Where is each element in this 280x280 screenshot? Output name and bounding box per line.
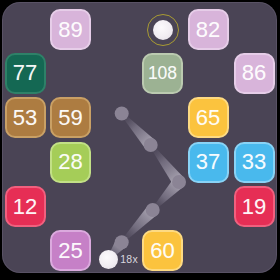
brick-53: 53 [5, 97, 46, 138]
brick-19: 19 [234, 186, 275, 227]
brick-value: 108 [148, 63, 177, 84]
brick-value: 60 [150, 238, 174, 264]
game-board[interactable] [2, 2, 277, 273]
brick-86: 86 [234, 53, 275, 94]
brick-value: 53 [13, 105, 37, 131]
brick-28: 28 [50, 142, 91, 183]
bonus-ball [153, 20, 173, 40]
brick-value: 77 [13, 60, 37, 86]
brick-108: 108 [142, 53, 183, 94]
brick-value: 86 [242, 60, 266, 86]
brick-value: 28 [58, 149, 82, 175]
brick-value: 65 [196, 105, 220, 131]
brick-12: 12 [5, 186, 46, 227]
player-ball [99, 250, 118, 269]
brick-value: 82 [196, 17, 220, 43]
ball-count-label: 18x [120, 253, 138, 265]
brick-value: 89 [58, 17, 82, 43]
brick-value: 33 [242, 149, 266, 175]
brick-value: 25 [58, 238, 82, 264]
brick-89: 89 [50, 9, 91, 50]
brick-value: 19 [242, 194, 266, 220]
brick-65: 65 [188, 97, 229, 138]
brick-value: 12 [13, 194, 37, 220]
brick-value: 37 [196, 149, 220, 175]
brick-82: 82 [188, 9, 229, 50]
brick-77: 77 [5, 53, 46, 94]
brick-value: 59 [58, 105, 82, 131]
brick-33: 33 [234, 142, 275, 183]
game-screen: 8982771088653596528373312192560 18x [0, 0, 280, 280]
brick-60: 60 [142, 230, 183, 271]
brick-37: 37 [188, 142, 229, 183]
brick-59: 59 [50, 97, 91, 138]
brick-25: 25 [50, 230, 91, 271]
